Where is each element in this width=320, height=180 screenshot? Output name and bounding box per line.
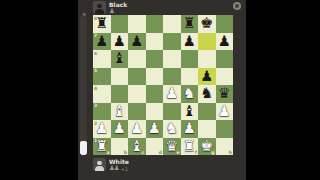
piece-white-rook[interactable]: ♜ [93,138,111,156]
square-d7[interactable] [146,33,164,51]
avatar-head-icon [97,161,102,166]
rank-label-4: 4 [94,86,97,91]
square-d6[interactable] [146,50,164,68]
square-d2[interactable]: ♟ [146,120,164,138]
square-f3[interactable]: ♝ [181,103,199,121]
square-e1[interactable]: e♛ [163,138,181,156]
square-c6[interactable] [128,50,146,68]
square-e5[interactable] [163,68,181,86]
piece-white-bishop[interactable]: ♝ [111,103,129,121]
square-e6[interactable] [163,50,181,68]
square-d8[interactable] [146,15,164,33]
square-f5[interactable] [181,68,199,86]
piece-white-pawn[interactable]: ♟ [128,120,146,138]
square-e3[interactable] [163,103,181,121]
square-a4[interactable]: 4 [93,85,111,103]
square-h4[interactable]: ♛ [216,85,234,103]
square-g4[interactable]: ♞ [198,85,216,103]
rank-label-6: 6 [94,51,97,56]
square-g5[interactable]: ♟ [198,68,216,86]
piece-black-pawn[interactable]: ♟ [93,33,111,51]
square-b1[interactable]: b [111,138,129,156]
piece-black-pawn[interactable]: ♟ [128,33,146,51]
white-material-advantage: +1 [121,166,128,172]
square-b8[interactable] [111,15,129,33]
square-c5[interactable] [128,68,146,86]
piece-black-queen[interactable]: ♛ [216,85,234,103]
square-h3[interactable]: ♟ [216,103,234,121]
square-c3[interactable] [128,103,146,121]
square-a6[interactable]: 6 [93,50,111,68]
rank-label-3: 3 [94,103,97,108]
black-player-row: Black ♟ [93,1,127,15]
square-c2[interactable]: ♟ [128,120,146,138]
app-frame: Black ♟ -9 8♜♜♚7♟♟♟♟♟6♝5♟4♟♞♞♛3♝♝♟2♟♟♟♟♞… [78,0,246,180]
piece-black-pawn[interactable]: ♟ [181,33,199,51]
square-f2[interactable]: ♟ [181,120,199,138]
piece-white-pawn[interactable]: ♟ [216,103,234,121]
square-f7[interactable]: ♟ [181,33,199,51]
clock-face-icon [235,4,239,8]
eval-bar [80,16,87,155]
avatar-torso-icon [95,166,104,171]
square-f1[interactable]: f♜ [181,138,199,156]
chess-board: 8♜♜♚7♟♟♟♟♟6♝5♟4♟♞♞♛3♝♝♟2♟♟♟♟♞♟1a♜bc♝de♛f… [93,15,233,155]
square-f6[interactable] [181,50,199,68]
square-b2[interactable]: ♟ [111,120,129,138]
square-d1[interactable]: d [146,138,164,156]
square-a2[interactable]: 2♟ [93,120,111,138]
square-a7[interactable]: 7♟ [93,33,111,51]
piece-white-pawn[interactable]: ♟ [163,85,181,103]
white-avatar[interactable] [93,158,106,171]
square-b7[interactable]: ♟ [111,33,129,51]
piece-black-king[interactable]: ♚ [198,15,216,33]
piece-white-pawn[interactable]: ♟ [181,120,199,138]
square-b3[interactable]: ♝ [111,103,129,121]
square-g2[interactable] [198,120,216,138]
piece-white-bishop[interactable]: ♝ [128,138,146,156]
white-captured-pieces: ♟♟ [109,165,119,172]
square-g1[interactable]: g♚ [198,138,216,156]
piece-white-pawn[interactable]: ♟ [146,120,164,138]
square-e7[interactable] [163,33,181,51]
square-d4[interactable] [146,85,164,103]
square-a5[interactable]: 5 [93,68,111,86]
square-c4[interactable] [128,85,146,103]
piece-black-bishop[interactable]: ♝ [111,50,129,68]
square-g8[interactable]: ♚ [198,15,216,33]
avatar-head-icon [97,4,102,9]
piece-white-queen[interactable]: ♛ [163,138,181,156]
square-h7[interactable]: ♟ [216,33,234,51]
piece-black-rook[interactable]: ♜ [181,15,199,33]
square-c7[interactable]: ♟ [128,33,146,51]
piece-white-knight[interactable]: ♞ [181,85,199,103]
white-player-row: White ♟♟ +1 [93,158,129,172]
square-c1[interactable]: c♝ [128,138,146,156]
square-g3[interactable] [198,103,216,121]
square-h2[interactable] [216,120,234,138]
square-f8[interactable]: ♜ [181,15,199,33]
square-c8[interactable] [128,15,146,33]
piece-white-king[interactable]: ♚ [198,138,216,156]
square-h1[interactable]: h [216,138,234,156]
square-a3[interactable]: 3 [93,103,111,121]
square-d5[interactable] [146,68,164,86]
square-e2[interactable]: ♞ [163,120,181,138]
eval-bar-white-section [80,141,87,155]
square-g7[interactable] [198,33,216,51]
square-b5[interactable] [111,68,129,86]
square-d3[interactable] [146,103,164,121]
square-e8[interactable] [163,15,181,33]
square-h6[interactable] [216,50,234,68]
file-label-b: b [124,150,127,155]
piece-black-bishop[interactable]: ♝ [181,103,199,121]
rank-label-5: 5 [94,68,97,73]
square-b4[interactable] [111,85,129,103]
piece-white-knight[interactable]: ♞ [163,120,181,138]
avatar-torso-icon [95,9,104,14]
square-g6[interactable] [198,50,216,68]
piece-white-pawn[interactable]: ♟ [93,120,111,138]
file-label-d: d [159,150,162,155]
piece-black-pawn[interactable]: ♟ [111,33,129,51]
square-h8[interactable] [216,15,234,33]
piece-black-knight[interactable]: ♞ [198,85,216,103]
clock-icon[interactable] [233,2,241,10]
square-f4[interactable]: ♞ [181,85,199,103]
black-captured-pieces: ♟ [109,8,114,15]
piece-white-rook[interactable]: ♜ [181,138,199,156]
square-b6[interactable]: ♝ [111,50,129,68]
square-a8[interactable]: 8♜ [93,15,111,33]
square-e4[interactable]: ♟ [163,85,181,103]
file-label-h: h [229,150,232,155]
piece-black-pawn[interactable]: ♟ [198,68,216,86]
piece-black-rook[interactable]: ♜ [93,15,111,33]
piece-black-pawn[interactable]: ♟ [216,33,234,51]
square-a1[interactable]: 1a♜ [93,138,111,156]
piece-white-pawn[interactable]: ♟ [111,120,129,138]
black-avatar[interactable] [93,1,106,14]
square-h5[interactable] [216,68,234,86]
